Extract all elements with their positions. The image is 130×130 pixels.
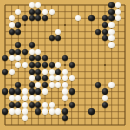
- white-stone[interactable]: [49, 75, 55, 81]
- white-stone[interactable]: [49, 82, 55, 88]
- white-stone[interactable]: [108, 22, 114, 28]
- black-stone[interactable]: [69, 88, 75, 94]
- black-stone[interactable]: [95, 29, 101, 35]
- black-stone[interactable]: [35, 108, 41, 114]
- black-stone[interactable]: [9, 29, 15, 35]
- white-stone[interactable]: [42, 88, 48, 94]
- white-stone[interactable]: [22, 102, 28, 108]
- white-stone[interactable]: [42, 102, 48, 108]
- white-stone[interactable]: [22, 108, 28, 114]
- white-stone[interactable]: [108, 82, 114, 88]
- black-stone[interactable]: [35, 9, 41, 15]
- black-stone[interactable]: [88, 15, 94, 21]
- black-stone[interactable]: [2, 88, 8, 94]
- star-point: [64, 24, 66, 26]
- white-stone[interactable]: [22, 88, 28, 94]
- black-stone[interactable]: [9, 49, 15, 55]
- black-stone[interactable]: [29, 69, 35, 75]
- white-stone[interactable]: [29, 49, 35, 55]
- go-board[interactable]: [0, 0, 130, 130]
- white-stone[interactable]: [108, 35, 114, 41]
- black-stone[interactable]: [69, 102, 75, 108]
- white-stone[interactable]: [69, 75, 75, 81]
- black-stone[interactable]: [69, 62, 75, 68]
- white-stone[interactable]: [35, 49, 41, 55]
- black-stone[interactable]: [2, 69, 8, 75]
- black-stone[interactable]: [102, 88, 108, 94]
- white-stone[interactable]: [9, 69, 15, 75]
- white-stone[interactable]: [115, 9, 121, 15]
- black-stone[interactable]: [29, 42, 35, 48]
- white-stone[interactable]: [42, 69, 48, 75]
- white-stone[interactable]: [108, 42, 114, 48]
- black-stone[interactable]: [29, 88, 35, 94]
- star-point: [104, 64, 106, 66]
- black-stone[interactable]: [29, 102, 35, 108]
- white-stone[interactable]: [29, 2, 35, 8]
- white-stone[interactable]: [55, 108, 61, 114]
- black-stone[interactable]: [22, 49, 28, 55]
- white-stone[interactable]: [15, 108, 21, 114]
- white-stone[interactable]: [108, 29, 114, 35]
- white-stone[interactable]: [9, 55, 15, 61]
- white-stone[interactable]: [62, 69, 68, 75]
- black-stone[interactable]: [29, 62, 35, 68]
- white-stone[interactable]: [42, 108, 48, 114]
- white-stone[interactable]: [9, 22, 15, 28]
- black-stone[interactable]: [29, 82, 35, 88]
- white-stone[interactable]: [49, 9, 55, 15]
- white-stone[interactable]: [55, 29, 61, 35]
- white-stone[interactable]: [22, 62, 28, 68]
- black-stone[interactable]: [102, 102, 108, 108]
- star-point: [24, 24, 26, 26]
- black-stone[interactable]: [9, 102, 15, 108]
- black-stone[interactable]: [108, 15, 114, 21]
- white-stone[interactable]: [62, 88, 68, 94]
- black-stone[interactable]: [15, 29, 21, 35]
- black-stone[interactable]: [55, 69, 61, 75]
- white-stone[interactable]: [9, 95, 15, 101]
- black-stone[interactable]: [15, 88, 21, 94]
- black-stone[interactable]: [102, 29, 108, 35]
- black-stone[interactable]: [49, 62, 55, 68]
- black-stone[interactable]: [102, 22, 108, 28]
- star-point: [64, 64, 66, 66]
- black-stone[interactable]: [35, 69, 41, 75]
- black-stone[interactable]: [29, 55, 35, 61]
- white-stone[interactable]: [62, 82, 68, 88]
- black-stone[interactable]: [62, 108, 68, 114]
- white-stone[interactable]: [49, 102, 55, 108]
- black-stone[interactable]: [15, 49, 21, 55]
- white-stone[interactable]: [9, 15, 15, 21]
- black-stone[interactable]: [2, 108, 8, 114]
- black-stone[interactable]: [42, 82, 48, 88]
- white-stone[interactable]: [42, 9, 48, 15]
- black-stone[interactable]: [49, 35, 55, 41]
- black-stone[interactable]: [29, 15, 35, 21]
- black-stone[interactable]: [29, 9, 35, 15]
- black-stone[interactable]: [88, 108, 94, 114]
- white-stone[interactable]: [9, 108, 15, 114]
- white-stone[interactable]: [49, 108, 55, 114]
- black-stone[interactable]: [9, 88, 15, 94]
- white-stone[interactable]: [29, 75, 35, 81]
- white-stone[interactable]: [49, 69, 55, 75]
- black-stone[interactable]: [42, 62, 48, 68]
- black-stone[interactable]: [35, 88, 41, 94]
- black-stone[interactable]: [108, 2, 114, 8]
- white-stone[interactable]: [29, 95, 35, 101]
- white-stone[interactable]: [15, 9, 21, 15]
- black-stone[interactable]: [108, 9, 114, 15]
- star-point: [64, 104, 66, 106]
